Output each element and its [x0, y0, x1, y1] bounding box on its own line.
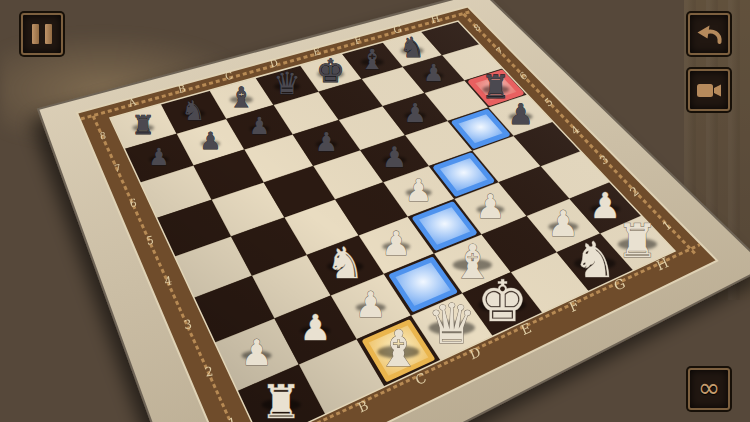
piece-white-queen-d1[interactable]: ♛ [427, 292, 476, 356]
pause-icon [32, 24, 52, 44]
piece-black-rook-a8[interactable]: ♜ [132, 110, 155, 140]
piece-black-queen-d8[interactable]: ♛ [273, 65, 301, 101]
piece-white-pawn-a2[interactable]: ♟ [241, 332, 273, 373]
piece-white-pawn-c2[interactable]: ♟ [355, 284, 387, 325]
undo-button[interactable] [688, 13, 730, 55]
piece-white-knight-c3[interactable]: ♞ [326, 238, 365, 288]
piece-white-pawn-b2[interactable]: ♟ [299, 307, 331, 348]
piece-white-knight-g1[interactable]: ♞ [573, 231, 617, 289]
video-camera-icon [694, 75, 724, 105]
piece-black-king-e8[interactable]: ♚ [316, 52, 345, 89]
piece-white-pawn-d3[interactable]: ♟ [381, 224, 411, 263]
piece-black-bishop-f8[interactable]: ♝ [360, 43, 385, 76]
piece-black-pawn-a7[interactable]: ♟ [148, 143, 169, 171]
piece-black-pawn-f6[interactable]: ♟ [403, 98, 426, 128]
piece-black-pawn-g7[interactable]: ♟ [423, 59, 444, 87]
piece-black-pawn-e5[interactable]: ♟ [382, 141, 407, 174]
piece-black-bishop-c8[interactable]: ♝ [229, 81, 254, 114]
piece-black-rook-h6[interactable]: ♜ [482, 68, 511, 106]
piece-white-pawn-f3[interactable]: ♟ [476, 187, 506, 226]
undo-arrow-icon [694, 19, 724, 49]
piece-black-pawn-d6[interactable]: ♟ [315, 127, 338, 157]
piece-white-rook-a1[interactable]: ♜ [260, 375, 302, 422]
piece-black-knight-g8[interactable]: ♞ [400, 31, 425, 63]
piece-white-pawn-e4[interactable]: ♟ [405, 172, 433, 208]
infinity-button[interactable]: ∞ [688, 368, 730, 410]
piece-white-king-e1[interactable]: ♚ [477, 268, 528, 334]
piece-black-pawn-b7[interactable]: ♟ [200, 127, 221, 155]
game-screen: AABBCCDDEEFFGGHH8877665544332211♜♞♝♛♚♝♞♟… [0, 0, 750, 422]
piece-black-knight-b8[interactable]: ♞ [181, 94, 206, 126]
chess-board[interactable]: AABBCCDDEEFFGGHH8877665544332211♜♞♝♛♚♝♞♟… [0, 0, 750, 422]
pause-button[interactable] [21, 13, 63, 55]
piece-white-bishop-c1[interactable]: ♝ [376, 320, 421, 378]
piece-black-pawn-h5[interactable]: ♟ [508, 98, 533, 131]
infinity-icon: ∞ [698, 374, 721, 401]
piece-black-pawn-c7[interactable]: ♟ [249, 112, 270, 140]
piece-white-rook-h1[interactable]: ♜ [617, 214, 659, 268]
camera-button[interactable] [688, 69, 730, 111]
